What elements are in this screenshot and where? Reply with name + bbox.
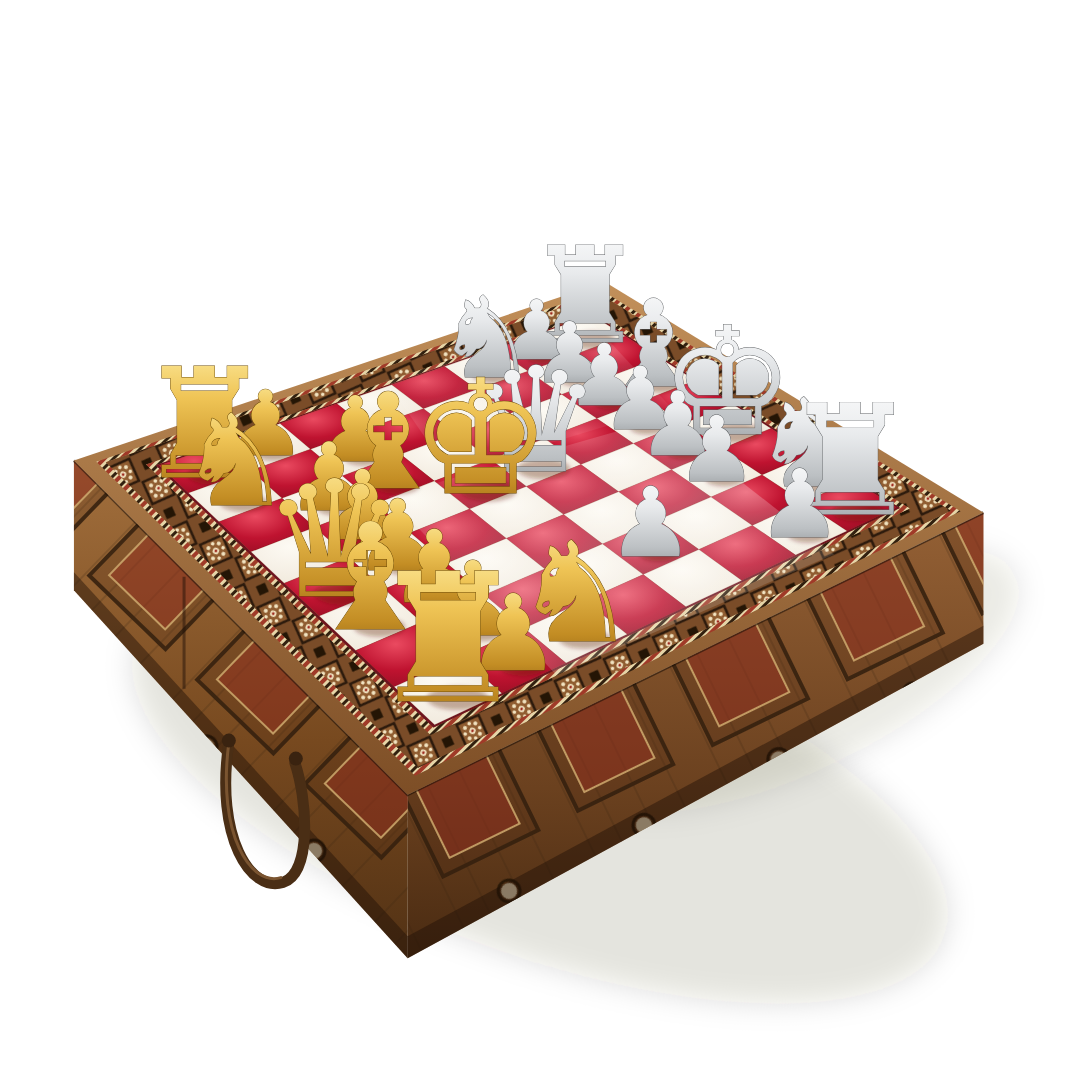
handle-mount-left	[222, 734, 236, 748]
chess-set-product-photo: ♜♟♞♟♝♟♟♚♟♟♟♛♟♞♜♝♚♜♞♟♟♟♟♟♛♟♝♟♞♟♜	[0, 0, 1080, 1080]
piece-silver-pawn-h7[interactable]: ♟	[757, 449, 842, 559]
handle-mount-right	[289, 752, 303, 766]
piece-gold-rook-h1[interactable]: ♜	[368, 536, 528, 743]
chess-board: ♜♟♞♟♝♟♟♚♟♟♟♛♟♞♜♝♚♜♞♟♟♟♟♟♛♟♝♟♞♟♜	[0, 0, 1080, 1080]
